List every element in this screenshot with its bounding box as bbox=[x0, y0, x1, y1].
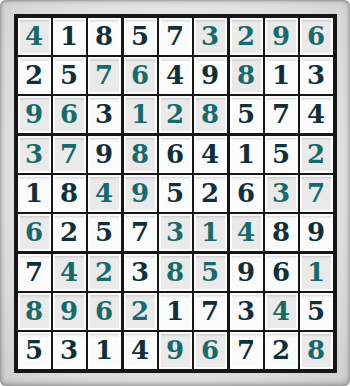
cell-r8c9[interactable]: 5 bbox=[300, 293, 333, 330]
cell-r1c3[interactable]: 8 bbox=[88, 18, 121, 55]
cell-r1c1[interactable]: 4 bbox=[18, 18, 51, 55]
cell-r7c8[interactable]: 6 bbox=[265, 254, 298, 291]
cell-r9c3[interactable]: 1 bbox=[88, 332, 121, 369]
cell-r1c7[interactable]: 2 bbox=[230, 18, 263, 55]
cell-r8c2[interactable]: 9 bbox=[53, 293, 86, 330]
cell-r3c1[interactable]: 9 bbox=[18, 96, 51, 133]
cell-r2c7[interactable]: 8 bbox=[230, 57, 263, 94]
cell-r9c8[interactable]: 2 bbox=[265, 332, 298, 369]
cell-r5c9[interactable]: 7 bbox=[300, 175, 333, 212]
cell-r2c2[interactable]: 5 bbox=[53, 57, 86, 94]
cell-r5c1[interactable]: 1 bbox=[18, 175, 51, 212]
cell-r7c1[interactable]: 7 bbox=[18, 254, 51, 291]
cell-r8c8[interactable]: 4 bbox=[265, 293, 298, 330]
cell-r6c6[interactable]: 1 bbox=[194, 214, 227, 251]
cell-r4c8[interactable]: 5 bbox=[265, 136, 298, 173]
cell-r6c1[interactable]: 6 bbox=[18, 214, 51, 251]
cell-r8c5[interactable]: 1 bbox=[159, 293, 192, 330]
cell-r8c3[interactable]: 6 bbox=[88, 293, 121, 330]
cell-r7c9[interactable]: 1 bbox=[300, 254, 333, 291]
cell-r9c2[interactable]: 3 bbox=[53, 332, 86, 369]
cell-r8c6[interactable]: 7 bbox=[194, 293, 227, 330]
cell-r5c7[interactable]: 6 bbox=[230, 175, 263, 212]
cell-r2c1[interactable]: 2 bbox=[18, 57, 51, 94]
cell-r2c5[interactable]: 4 bbox=[159, 57, 192, 94]
cell-r6c9[interactable]: 9 bbox=[300, 214, 333, 251]
cell-r1c6[interactable]: 3 bbox=[194, 18, 227, 55]
cell-r2c8[interactable]: 1 bbox=[265, 57, 298, 94]
cell-r4c1[interactable]: 3 bbox=[18, 136, 51, 173]
block-5: 864952731 bbox=[124, 136, 227, 251]
cell-r4c3[interactable]: 9 bbox=[88, 136, 121, 173]
cell-r6c7[interactable]: 4 bbox=[230, 214, 263, 251]
cell-r5c4[interactable]: 9 bbox=[124, 175, 157, 212]
cell-r7c3[interactable]: 2 bbox=[88, 254, 121, 291]
cell-r8c4[interactable]: 2 bbox=[124, 293, 157, 330]
cell-r6c5[interactable]: 3 bbox=[159, 214, 192, 251]
cell-r5c5[interactable]: 5 bbox=[159, 175, 192, 212]
cell-r8c7[interactable]: 3 bbox=[230, 293, 263, 330]
cell-r9c4[interactable]: 4 bbox=[124, 332, 157, 369]
cell-r7c7[interactable]: 9 bbox=[230, 254, 263, 291]
cell-r6c2[interactable]: 2 bbox=[53, 214, 86, 251]
board-frame: 4182579635736491282968135743791846258649… bbox=[0, 0, 350, 386]
cell-r2c3[interactable]: 7 bbox=[88, 57, 121, 94]
cell-r3c2[interactable]: 6 bbox=[53, 96, 86, 133]
cell-r3c6[interactable]: 8 bbox=[194, 96, 227, 133]
cell-r4c4[interactable]: 8 bbox=[124, 136, 157, 173]
cell-r9c9[interactable]: 8 bbox=[300, 332, 333, 369]
block-7: 742896531 bbox=[18, 254, 121, 369]
cell-r5c2[interactable]: 8 bbox=[53, 175, 86, 212]
cell-r7c4[interactable]: 3 bbox=[124, 254, 157, 291]
block-6: 152637489 bbox=[230, 136, 333, 251]
cell-r3c3[interactable]: 3 bbox=[88, 96, 121, 133]
cell-r5c6[interactable]: 2 bbox=[194, 175, 227, 212]
cell-r8c1[interactable]: 8 bbox=[18, 293, 51, 330]
cell-r7c2[interactable]: 4 bbox=[53, 254, 86, 291]
cell-r2c9[interactable]: 3 bbox=[300, 57, 333, 94]
cell-r3c4[interactable]: 1 bbox=[124, 96, 157, 133]
cell-r9c6[interactable]: 6 bbox=[194, 332, 227, 369]
cell-r4c2[interactable]: 7 bbox=[53, 136, 86, 173]
cell-r6c3[interactable]: 5 bbox=[88, 214, 121, 251]
cell-r9c7[interactable]: 7 bbox=[230, 332, 263, 369]
cell-r9c5[interactable]: 9 bbox=[159, 332, 192, 369]
cell-r9c1[interactable]: 5 bbox=[18, 332, 51, 369]
cell-r1c9[interactable]: 6 bbox=[300, 18, 333, 55]
cell-r6c4[interactable]: 7 bbox=[124, 214, 157, 251]
cell-r4c7[interactable]: 1 bbox=[230, 136, 263, 173]
cell-r3c7[interactable]: 5 bbox=[230, 96, 263, 133]
cell-r5c8[interactable]: 3 bbox=[265, 175, 298, 212]
cell-r5c3[interactable]: 4 bbox=[88, 175, 121, 212]
cell-r3c5[interactable]: 2 bbox=[159, 96, 192, 133]
block-3: 296813574 bbox=[230, 18, 333, 133]
block-9: 961345728 bbox=[230, 254, 333, 369]
cell-r3c8[interactable]: 7 bbox=[265, 96, 298, 133]
block-1: 418257963 bbox=[18, 18, 121, 133]
cell-r6c8[interactable]: 8 bbox=[265, 214, 298, 251]
cell-r1c8[interactable]: 9 bbox=[265, 18, 298, 55]
cell-r1c2[interactable]: 1 bbox=[53, 18, 86, 55]
cell-r3c9[interactable]: 4 bbox=[300, 96, 333, 133]
cell-r4c9[interactable]: 2 bbox=[300, 136, 333, 173]
sudoku-board: 4182579635736491282968135743791846258649… bbox=[14, 14, 337, 373]
cell-r7c5[interactable]: 8 bbox=[159, 254, 192, 291]
cell-r2c4[interactable]: 6 bbox=[124, 57, 157, 94]
cell-r4c5[interactable]: 6 bbox=[159, 136, 192, 173]
block-8: 385217496 bbox=[124, 254, 227, 369]
block-4: 379184625 bbox=[18, 136, 121, 251]
cell-r2c6[interactable]: 9 bbox=[194, 57, 227, 94]
cell-r1c5[interactable]: 7 bbox=[159, 18, 192, 55]
cell-r1c4[interactable]: 5 bbox=[124, 18, 157, 55]
block-2: 573649128 bbox=[124, 18, 227, 133]
cell-r4c6[interactable]: 4 bbox=[194, 136, 227, 173]
cell-r7c6[interactable]: 5 bbox=[194, 254, 227, 291]
